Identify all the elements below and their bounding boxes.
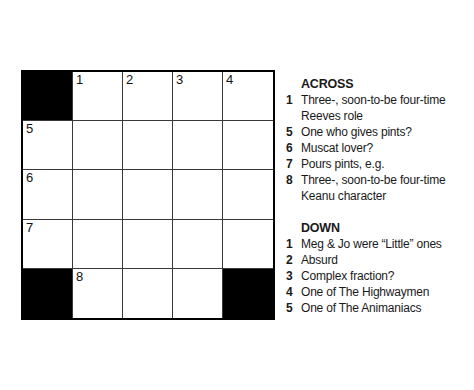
clue-text: Complex fraction?: [301, 268, 472, 284]
grid-cell[interactable]: [223, 121, 273, 170]
across-section: ACROSS 1Three-, soon-to-be four-time Ree…: [286, 76, 472, 204]
across-clue: 7Pours pints, e.g.: [286, 156, 472, 172]
grid-cell[interactable]: [123, 220, 173, 269]
clue-number: 7: [286, 156, 301, 172]
black-cell: [223, 269, 273, 318]
clue-number: 5: [286, 300, 301, 316]
clue-number: 4: [286, 284, 301, 300]
down-clue-list: 1Meg & Jo were “Little” ones2Absurd3Comp…: [286, 236, 472, 316]
down-clue: 5One of The Animaniacs: [286, 300, 472, 316]
grid-cell[interactable]: [73, 121, 123, 170]
grid-cell[interactable]: [173, 121, 223, 170]
across-header: ACROSS: [286, 76, 472, 92]
grid-cell[interactable]: [73, 170, 123, 219]
grid-cell[interactable]: 5: [23, 121, 73, 170]
grid-cell[interactable]: [173, 220, 223, 269]
grid-cell[interactable]: 6: [23, 170, 73, 219]
clue-text: Muscat lover?: [301, 140, 472, 156]
clues-panel: ACROSS 1Three-, soon-to-be four-time Ree…: [286, 76, 472, 316]
clue-number: 2: [286, 252, 301, 268]
across-clue: 5One who gives pints?: [286, 124, 472, 140]
black-cell: [23, 269, 73, 318]
down-clue: 3Complex fraction?: [286, 268, 472, 284]
cell-number: 6: [26, 170, 33, 185]
across-clue: 8Three-, soon-to-be four-time Keanu char…: [286, 172, 472, 204]
grid-cell[interactable]: [173, 170, 223, 219]
grid-cell[interactable]: [123, 269, 173, 318]
clue-text: Meg & Jo were “Little” ones: [301, 236, 472, 252]
grid-cell[interactable]: 8: [73, 269, 123, 318]
clue-text: One of The Highwaymen: [301, 284, 472, 300]
clue-number: 3: [286, 268, 301, 284]
grid-cell[interactable]: [223, 220, 273, 269]
grid-cell[interactable]: [223, 170, 273, 219]
down-header: DOWN: [286, 220, 472, 236]
down-clue: 4One of The Highwaymen: [286, 284, 472, 300]
grid-cell[interactable]: 4: [223, 72, 273, 121]
clue-number: 8: [286, 172, 301, 188]
clue-text: One of The Animaniacs: [301, 300, 472, 316]
across-clue: 1Three-, soon-to-be four-time Reeves rol…: [286, 92, 472, 124]
cell-number: 7: [26, 220, 33, 235]
down-clue: 2Absurd: [286, 252, 472, 268]
clue-text: Absurd: [301, 252, 472, 268]
cell-number: 2: [126, 72, 133, 87]
clue-number: 1: [286, 236, 301, 252]
grid-cell[interactable]: 3: [173, 72, 223, 121]
cell-number: 8: [76, 269, 83, 284]
grid-cell[interactable]: 2: [123, 72, 173, 121]
clue-number: 6: [286, 140, 301, 156]
grid-cell[interactable]: [173, 269, 223, 318]
across-clue: 6Muscat lover?: [286, 140, 472, 156]
clue-text: Three-, soon-to-be four-time Reeves role: [301, 92, 472, 124]
black-cell: [23, 72, 73, 121]
down-section: DOWN 1Meg & Jo were “Little” ones2Absurd…: [286, 220, 472, 316]
crossword-grid: 12345678: [21, 70, 275, 320]
clue-number: 5: [286, 124, 301, 140]
cell-number: 1: [76, 72, 83, 87]
clue-text: Three-, soon-to-be four-time Keanu chara…: [301, 172, 472, 204]
clue-number: 1: [286, 92, 301, 108]
crossword-page: { "game": "crossword", "position": { "ro…: [0, 0, 474, 390]
down-clue: 1Meg & Jo were “Little” ones: [286, 236, 472, 252]
across-clue-list: 1Three-, soon-to-be four-time Reeves rol…: [286, 92, 472, 204]
cell-number: 4: [226, 72, 233, 87]
grid-cell[interactable]: [73, 220, 123, 269]
grid-cell[interactable]: [123, 121, 173, 170]
grid-cell[interactable]: [123, 170, 173, 219]
cell-number: 5: [26, 121, 33, 136]
grid-cell[interactable]: 1: [73, 72, 123, 121]
clue-text: One who gives pints?: [301, 124, 472, 140]
grid-cell[interactable]: 7: [23, 220, 73, 269]
clue-text: Pours pints, e.g.: [301, 156, 472, 172]
cell-number: 3: [176, 72, 183, 87]
